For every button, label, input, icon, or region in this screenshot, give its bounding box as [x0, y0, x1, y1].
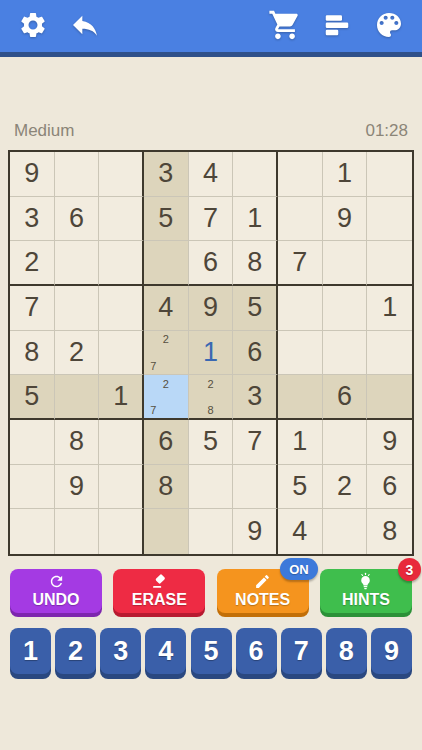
- stats-bars-icon: [322, 10, 352, 43]
- cell-r6c6[interactable]: 3: [233, 375, 278, 420]
- cell-r2c7[interactable]: [278, 197, 323, 242]
- numpad-button-8[interactable]: 8: [326, 628, 367, 674]
- numpad-button-2[interactable]: 2: [55, 628, 96, 674]
- cell-r3c4[interactable]: [144, 241, 189, 286]
- cell-r9c1[interactable]: [10, 509, 55, 554]
- cell-r9c9[interactable]: 8: [367, 509, 412, 554]
- cell-r6c3[interactable]: 1: [99, 375, 144, 420]
- pencil-notes: 27: [144, 331, 188, 375]
- cell-r9c5[interactable]: [189, 509, 234, 554]
- erase-button[interactable]: ERASE: [113, 569, 205, 613]
- difficulty-label: Medium: [14, 121, 74, 141]
- cell-r6c5[interactable]: 28: [189, 375, 234, 420]
- cell-r6c4[interactable]: 27: [144, 375, 189, 420]
- action-buttons: UNDO ERASE ON NOTES 3 HINTS: [0, 569, 422, 613]
- cell-r4c1[interactable]: 7: [10, 286, 55, 331]
- cell-r2c5[interactable]: 7: [189, 197, 234, 242]
- cell-r1c4[interactable]: 3: [144, 152, 189, 197]
- cell-r5c8[interactable]: [323, 331, 368, 376]
- cell-r6c2[interactable]: [55, 375, 100, 420]
- cell-r7c4[interactable]: 6: [144, 420, 189, 465]
- cell-r5c3[interactable]: [99, 331, 144, 376]
- pencil-icon: [254, 573, 271, 590]
- undo-circular-arrow-icon: [48, 573, 65, 590]
- cell-r8c2[interactable]: 9: [55, 465, 100, 510]
- cell-r9c2[interactable]: [55, 509, 100, 554]
- cell-r7c5[interactable]: 5: [189, 420, 234, 465]
- cell-r5c7[interactable]: [278, 331, 323, 376]
- cell-r7c8[interactable]: [323, 420, 368, 465]
- game-meta: Medium 01:28: [14, 119, 408, 143]
- cell-r6c8[interactable]: 6: [323, 375, 368, 420]
- cell-r2c1[interactable]: 3: [10, 197, 55, 242]
- cell-r3c3[interactable]: [99, 241, 144, 286]
- cell-r1c5[interactable]: 4: [189, 152, 234, 197]
- cell-r9c3[interactable]: [99, 509, 144, 554]
- undo-button[interactable]: UNDO: [10, 569, 102, 613]
- cell-r3c1[interactable]: 2: [10, 241, 55, 286]
- cell-r1c9[interactable]: [367, 152, 412, 197]
- cell-r8c7[interactable]: 5: [278, 465, 323, 510]
- cell-r7c6[interactable]: 7: [233, 420, 278, 465]
- theme-button[interactable]: [366, 3, 412, 49]
- cell-r7c9[interactable]: 9: [367, 420, 412, 465]
- hints-count-badge: 3: [398, 558, 421, 581]
- app-screen: Medium 01:28 934136571926877495182271651…: [0, 0, 422, 750]
- pencil-notes: 27: [144, 375, 188, 418]
- shop-button[interactable]: [262, 3, 308, 49]
- numpad-button-1[interactable]: 1: [10, 628, 51, 674]
- cell-r1c7[interactable]: [278, 152, 323, 197]
- cell-r3c9[interactable]: [367, 241, 412, 286]
- back-arrow-icon: [69, 9, 101, 44]
- cell-r2c2[interactable]: 6: [55, 197, 100, 242]
- cell-r2c6[interactable]: 1: [233, 197, 278, 242]
- numpad-button-5[interactable]: 5: [191, 628, 232, 674]
- number-pad: 123456789: [0, 628, 422, 674]
- cell-r5c9[interactable]: [367, 331, 412, 376]
- cell-r8c4[interactable]: 8: [144, 465, 189, 510]
- hints-button[interactable]: 3 HINTS: [320, 569, 412, 613]
- cell-r8c3[interactable]: [99, 465, 144, 510]
- cell-r1c1[interactable]: 9: [10, 152, 55, 197]
- back-button[interactable]: [62, 3, 108, 49]
- undo-label: UNDO: [32, 591, 79, 609]
- cell-r2c9[interactable]: [367, 197, 412, 242]
- cell-r3c6[interactable]: 8: [233, 241, 278, 286]
- cell-r6c9[interactable]: [367, 375, 412, 420]
- cell-r2c3[interactable]: [99, 197, 144, 242]
- cell-r9c7[interactable]: 4: [278, 509, 323, 554]
- notes-on-badge: ON: [280, 558, 318, 580]
- numpad-button-3[interactable]: 3: [100, 628, 141, 674]
- cell-r5c1[interactable]: 8: [10, 331, 55, 376]
- stats-button[interactable]: [314, 3, 360, 49]
- cell-r9c4[interactable]: [144, 509, 189, 554]
- erase-label: ERASE: [132, 591, 187, 609]
- numpad-button-4[interactable]: 4: [145, 628, 186, 674]
- cell-r9c8[interactable]: [323, 509, 368, 554]
- cell-r2c4[interactable]: 5: [144, 197, 189, 242]
- cell-r5c4[interactable]: 27: [144, 331, 189, 376]
- top-bar: [0, 0, 422, 57]
- palette-icon: [373, 9, 405, 44]
- gear-icon: [18, 10, 48, 43]
- cell-r4c3[interactable]: [99, 286, 144, 331]
- lightbulb-icon: [356, 573, 375, 590]
- numpad-button-9[interactable]: 9: [371, 628, 412, 674]
- cell-r7c3[interactable]: [99, 420, 144, 465]
- cell-r5c5[interactable]: 1: [189, 331, 234, 376]
- sudoku-board: 9341365719268774951822716512728368657199…: [8, 150, 414, 556]
- cell-r1c2[interactable]: [55, 152, 100, 197]
- cell-r8c5[interactable]: [189, 465, 234, 510]
- cell-r5c2[interactable]: 2: [55, 331, 100, 376]
- timer: 01:28: [365, 121, 408, 141]
- pencil-notes: 28: [189, 375, 233, 418]
- cell-r8c9[interactable]: 6: [367, 465, 412, 510]
- cell-r3c8[interactable]: [323, 241, 368, 286]
- cell-r7c2[interactable]: 8: [55, 420, 100, 465]
- numpad-button-6[interactable]: 6: [236, 628, 277, 674]
- cell-r1c3[interactable]: [99, 152, 144, 197]
- cell-r4c7[interactable]: [278, 286, 323, 331]
- eraser-icon: [150, 573, 168, 590]
- cell-r6c1[interactable]: 5: [10, 375, 55, 420]
- cell-r3c7[interactable]: 7: [278, 241, 323, 286]
- cell-r5c6[interactable]: 6: [233, 331, 278, 376]
- cell-r4c5[interactable]: 9: [189, 286, 234, 331]
- notes-label: NOTES: [235, 591, 290, 609]
- numpad-button-7[interactable]: 7: [281, 628, 322, 674]
- cell-r6c7[interactable]: [278, 375, 323, 420]
- cell-r1c6[interactable]: [233, 152, 278, 197]
- cell-r4c9[interactable]: 1: [367, 286, 412, 331]
- cell-r3c5[interactable]: 6: [189, 241, 234, 286]
- cell-r8c6[interactable]: [233, 465, 278, 510]
- cell-r4c6[interactable]: 5: [233, 286, 278, 331]
- cell-r9c6[interactable]: 9: [233, 509, 278, 554]
- cart-icon: [268, 8, 302, 45]
- notes-button[interactable]: ON NOTES: [217, 569, 309, 613]
- cell-r2c8[interactable]: 9: [323, 197, 368, 242]
- cell-r4c4[interactable]: 4: [144, 286, 189, 331]
- cell-r4c2[interactable]: [55, 286, 100, 331]
- hints-label: HINTS: [342, 591, 390, 609]
- settings-button[interactable]: [10, 3, 56, 49]
- cell-r7c7[interactable]: 1: [278, 420, 323, 465]
- cell-r8c1[interactable]: [10, 465, 55, 510]
- cell-r8c8[interactable]: 2: [323, 465, 368, 510]
- cell-r4c8[interactable]: [323, 286, 368, 331]
- cell-r7c1[interactable]: [10, 420, 55, 465]
- cell-r3c2[interactable]: [55, 241, 100, 286]
- cell-r1c8[interactable]: 1: [323, 152, 368, 197]
